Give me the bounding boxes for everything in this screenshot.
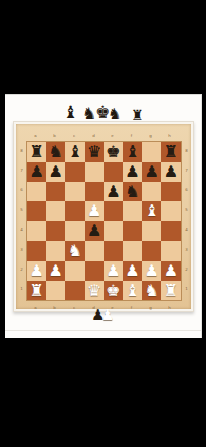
square-b8: ♞ <box>46 142 65 162</box>
square-f2: ♟ <box>123 261 142 281</box>
square-h1: ♜ <box>161 281 180 301</box>
square-f8: ♝ <box>123 142 142 162</box>
file-label-f: f <box>131 306 132 310</box>
file-label-g: g <box>149 134 152 138</box>
rank-label-1: 1 <box>20 287 23 291</box>
file-label-h: h <box>169 134 172 138</box>
product-photo: ♝♞♚♞♜ abcdefgh 87654321 87654321 ♜♞♝♛♚♝♜… <box>5 94 202 338</box>
rank-label-7: 7 <box>185 169 188 173</box>
piece-white-rook: ♜ <box>29 281 43 301</box>
square-a8: ♜ <box>27 142 46 162</box>
piece-black-queen: ♛ <box>87 142 101 162</box>
square-h3 <box>161 241 180 261</box>
file-label-e: e <box>111 134 113 138</box>
file-label-b: b <box>54 134 57 138</box>
piece-black-bishop: ♝ <box>125 142 139 162</box>
piece-black-rook: ♜ <box>29 142 43 162</box>
piece-white-king: ♚ <box>106 281 120 301</box>
piece-white-pawn: ♟ <box>145 261 159 281</box>
square-e8: ♚ <box>104 142 123 162</box>
square-a1: ♜ <box>27 281 46 301</box>
piece-white-knight: ♞ <box>68 241 82 261</box>
square-g8 <box>142 142 161 162</box>
piece-black-pawn: ♟ <box>87 221 101 241</box>
square-b5 <box>46 201 65 221</box>
square-g2: ♟ <box>142 261 161 281</box>
file-labels-top: abcdefgh <box>26 132 180 139</box>
piece-black-pawn: ♟ <box>49 162 63 182</box>
spare-piece-black-bishop: ♝ <box>63 104 78 121</box>
square-e4 <box>104 221 123 241</box>
square-b2: ♟ <box>46 261 65 281</box>
square-c8: ♝ <box>65 142 84 162</box>
square-e5 <box>104 201 123 221</box>
square-b7: ♟ <box>46 162 65 182</box>
chess-board: ♜♞♝♛♚♝♜♟♟♟♟♟♟♞♟♝♟♞♟♟♟♟♟♟♜♛♚♝♞♜ <box>26 141 182 301</box>
square-h7: ♟ <box>161 162 180 182</box>
square-a3 <box>27 241 46 261</box>
piece-black-knight: ♞ <box>49 142 63 162</box>
square-e6: ♟ <box>104 182 123 202</box>
piece-black-rook: ♜ <box>164 142 178 162</box>
file-label-b: b <box>54 306 57 310</box>
rank-label-3: 3 <box>20 248 23 252</box>
square-c5 <box>65 201 84 221</box>
rank-label-1: 1 <box>185 287 188 291</box>
square-h5 <box>161 201 180 221</box>
file-label-a: a <box>34 306 36 310</box>
piece-white-pawn: ♟ <box>106 261 120 281</box>
square-g3 <box>142 241 161 261</box>
rank-labels-right: 87654321 <box>183 141 190 299</box>
rank-label-5: 5 <box>20 208 23 212</box>
rank-labels-left: 87654321 <box>18 141 25 299</box>
rank-label-8: 8 <box>20 149 23 153</box>
piece-black-king: ♚ <box>106 142 120 162</box>
rank-label-6: 6 <box>185 188 188 192</box>
rank-label-2: 2 <box>185 268 188 272</box>
square-h8: ♜ <box>161 142 180 162</box>
square-c3: ♞ <box>65 241 84 261</box>
square-f1: ♝ <box>123 281 142 301</box>
square-d4: ♟ <box>85 221 104 241</box>
rank-label-3: 3 <box>185 248 188 252</box>
rank-label-6: 6 <box>20 188 23 192</box>
square-d2 <box>85 261 104 281</box>
square-d5: ♟ <box>85 201 104 221</box>
square-f5 <box>123 201 142 221</box>
square-f3 <box>123 241 142 261</box>
square-d3 <box>85 241 104 261</box>
square-d6 <box>85 182 104 202</box>
square-g5: ♝ <box>142 201 161 221</box>
piece-white-bishop: ♝ <box>125 281 139 301</box>
file-label-c: c <box>73 134 75 138</box>
rank-label-2: 2 <box>20 268 23 272</box>
ledge-shadow-line <box>5 330 201 331</box>
square-b3 <box>46 241 65 261</box>
square-g1: ♞ <box>142 281 161 301</box>
square-b4 <box>46 221 65 241</box>
square-b1 <box>46 281 65 301</box>
square-d7 <box>85 162 104 182</box>
piece-white-queen: ♛ <box>87 281 101 301</box>
square-c7 <box>65 162 84 182</box>
file-label-c: c <box>73 306 75 310</box>
file-label-f: f <box>131 134 132 138</box>
piece-white-rook: ♜ <box>164 281 178 301</box>
square-e7 <box>104 162 123 182</box>
square-a2: ♟ <box>27 261 46 281</box>
square-c2 <box>65 261 84 281</box>
square-d1: ♛ <box>85 281 104 301</box>
captured-white-pawn: ♟ <box>101 308 114 323</box>
square-g6 <box>142 182 161 202</box>
board-outer-frame: abcdefgh 87654321 87654321 ♜♞♝♛♚♝♜♟♟♟♟♟♟… <box>13 121 194 312</box>
square-h2: ♟ <box>161 261 180 281</box>
piece-white-knight: ♞ <box>145 281 159 301</box>
square-c6 <box>65 182 84 202</box>
piece-white-bishop: ♝ <box>145 201 159 221</box>
square-a4 <box>27 221 46 241</box>
rank-label-4: 4 <box>185 228 188 232</box>
square-g4 <box>142 221 161 241</box>
board-wood-frame: abcdefgh 87654321 87654321 ♜♞♝♛♚♝♜♟♟♟♟♟♟… <box>16 124 191 309</box>
square-c1 <box>65 281 84 301</box>
square-a5 <box>27 201 46 221</box>
square-b6 <box>46 182 65 202</box>
file-label-g: g <box>149 306 152 310</box>
rank-label-4: 4 <box>20 228 23 232</box>
square-a6 <box>27 182 46 202</box>
square-h6 <box>161 182 180 202</box>
piece-black-pawn: ♟ <box>145 162 159 182</box>
piece-black-pawn: ♟ <box>125 162 139 182</box>
square-c4 <box>65 221 84 241</box>
square-a7: ♟ <box>27 162 46 182</box>
piece-white-pawn: ♟ <box>164 261 178 281</box>
piece-black-pawn: ♟ <box>164 162 178 182</box>
piece-white-pawn: ♟ <box>29 261 43 281</box>
square-e1: ♚ <box>104 281 123 301</box>
piece-black-pawn: ♟ <box>106 182 120 202</box>
piece-white-pawn: ♟ <box>49 261 63 281</box>
square-f6: ♞ <box>123 182 142 202</box>
piece-white-pawn: ♟ <box>125 261 139 281</box>
square-e3 <box>104 241 123 261</box>
file-label-h: h <box>169 306 172 310</box>
rank-label-8: 8 <box>185 149 188 153</box>
rank-label-7: 7 <box>20 169 23 173</box>
screenshot-canvas: { "game": "chess", "scene": { "descripti… <box>0 0 206 447</box>
piece-white-pawn: ♟ <box>87 201 101 221</box>
file-label-a: a <box>34 134 36 138</box>
square-e2: ♟ <box>104 261 123 281</box>
piece-black-knight: ♞ <box>125 182 139 202</box>
square-d8: ♛ <box>85 142 104 162</box>
square-f7: ♟ <box>123 162 142 182</box>
rank-label-5: 5 <box>185 208 188 212</box>
file-label-d: d <box>92 134 95 138</box>
square-g7: ♟ <box>142 162 161 182</box>
square-h4 <box>161 221 180 241</box>
piece-black-bishop: ♝ <box>68 142 82 162</box>
piece-black-pawn: ♟ <box>29 162 43 182</box>
square-f4 <box>123 221 142 241</box>
